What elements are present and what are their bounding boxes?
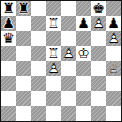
chess-board: ♜♜♚♟♜♖♟♟♙♟♛♟♙♜♖♟♙♚♔♟♙♛♕ [1,1,121,121]
square-f8[interactable] [76,1,91,16]
white-pawn-e5[interactable]: ♟♙ [61,46,76,61]
square-g5[interactable] [91,46,106,61]
square-b6[interactable] [16,31,31,46]
square-g7[interactable]: ♟♙ [91,16,106,31]
square-c8[interactable] [31,1,46,16]
white-queen-h4[interactable]: ♛♕ [106,61,121,76]
black-piece-glyph: ♟ [76,16,91,31]
square-h7[interactable]: ♟ [106,16,121,31]
square-d2[interactable] [46,91,61,106]
square-b4[interactable] [16,61,31,76]
black-pawn-f7[interactable]: ♟ [76,16,91,31]
square-a2[interactable] [1,91,16,106]
square-e6[interactable] [61,31,76,46]
chess-board-frame: ♜♜♚♟♜♖♟♟♙♟♛♟♙♜♖♟♙♚♔♟♙♛♕ [0,0,122,122]
black-piece-glyph: ♟ [106,16,121,31]
white-king-f5[interactable]: ♚♔ [76,46,91,61]
square-g6[interactable] [91,31,106,46]
square-d5[interactable]: ♜♖ [46,46,61,61]
square-f5[interactable]: ♚♔ [76,46,91,61]
square-h8[interactable] [106,1,121,16]
square-f1[interactable] [76,106,91,121]
square-a5[interactable] [1,46,16,61]
square-e3[interactable] [61,76,76,91]
white-rook-d5[interactable]: ♜♖ [46,46,61,61]
square-c7[interactable] [31,16,46,31]
black-queen-a6[interactable]: ♛ [1,31,16,46]
white-pawn-h6[interactable]: ♟♙ [106,31,121,46]
square-e4[interactable] [61,61,76,76]
white-piece-outline-layer: ♖ [46,16,61,31]
square-g4[interactable] [91,61,106,76]
square-a4[interactable] [1,61,16,76]
square-c6[interactable] [31,31,46,46]
black-piece-glyph: ♟ [1,16,16,31]
square-g8[interactable]: ♚ [91,1,106,16]
square-e8[interactable] [61,1,76,16]
white-pawn-d4[interactable]: ♟♙ [46,61,61,76]
square-f3[interactable] [76,76,91,91]
square-h3[interactable] [106,76,121,91]
square-e5[interactable]: ♟♙ [61,46,76,61]
square-a7[interactable]: ♟ [1,16,16,31]
square-g2[interactable] [91,91,106,106]
square-a3[interactable] [1,76,16,91]
black-king-g8[interactable]: ♚ [91,1,106,16]
black-rook-b8[interactable]: ♜ [16,1,31,16]
square-b8[interactable]: ♜ [16,1,31,16]
square-d7[interactable]: ♜♖ [46,16,61,31]
white-piece-outline-layer: ♖ [46,46,61,61]
square-e2[interactable] [61,91,76,106]
square-f7[interactable]: ♟ [76,16,91,31]
square-d8[interactable] [46,1,61,16]
square-c1[interactable] [31,106,46,121]
square-f2[interactable] [76,91,91,106]
black-piece-glyph: ♚ [91,1,106,16]
square-b5[interactable] [16,46,31,61]
black-piece-glyph: ♛ [1,31,16,46]
black-rook-a8[interactable]: ♜ [1,1,16,16]
square-e1[interactable] [61,106,76,121]
square-h4[interactable]: ♛♕ [106,61,121,76]
black-pawn-h7[interactable]: ♟ [106,16,121,31]
square-g3[interactable] [91,76,106,91]
white-piece-outline-layer: ♕ [106,61,121,76]
square-b7[interactable] [16,16,31,31]
square-e7[interactable] [61,16,76,31]
square-c2[interactable] [31,91,46,106]
white-piece-outline-layer: ♙ [46,61,61,76]
square-h2[interactable] [106,91,121,106]
square-d1[interactable] [46,106,61,121]
white-piece-outline-layer: ♙ [91,16,106,31]
white-piece-outline-layer: ♙ [61,46,76,61]
square-h5[interactable] [106,46,121,61]
white-piece-outline-layer: ♙ [106,31,121,46]
black-piece-glyph: ♜ [1,1,16,16]
square-f6[interactable] [76,31,91,46]
square-a8[interactable]: ♜ [1,1,16,16]
white-pawn-g7[interactable]: ♟♙ [91,16,106,31]
square-d3[interactable] [46,76,61,91]
white-piece-outline-layer: ♔ [76,46,91,61]
black-pawn-a7[interactable]: ♟ [1,16,16,31]
square-d6[interactable] [46,31,61,46]
square-a1[interactable] [1,106,16,121]
square-h1[interactable] [106,106,121,121]
square-a6[interactable]: ♛ [1,31,16,46]
square-f4[interactable] [76,61,91,76]
square-b2[interactable] [16,91,31,106]
square-c3[interactable] [31,76,46,91]
white-rook-d7[interactable]: ♜♖ [46,16,61,31]
square-b3[interactable] [16,76,31,91]
square-g1[interactable] [91,106,106,121]
square-c5[interactable] [31,46,46,61]
square-c4[interactable] [31,61,46,76]
square-h6[interactable]: ♟♙ [106,31,121,46]
square-d4[interactable]: ♟♙ [46,61,61,76]
square-b1[interactable] [16,106,31,121]
black-piece-glyph: ♜ [16,1,31,16]
